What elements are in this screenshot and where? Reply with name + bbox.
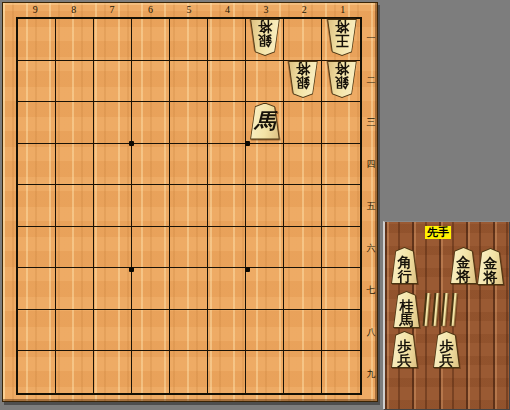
rank-label-4: 四 <box>363 159 379 170</box>
cell-3-八[interactable] <box>246 310 284 352</box>
cell-1-九[interactable] <box>322 351 360 393</box>
cell-1-三[interactable] <box>322 102 360 144</box>
piece-kanji: 歩兵 <box>390 331 419 368</box>
cell-6-五[interactable] <box>132 185 170 227</box>
gote-silver-general-1b[interactable]: 銀将 <box>326 61 358 98</box>
file-label-1: 1 <box>333 4 353 16</box>
cell-8-九[interactable] <box>56 351 94 393</box>
piece-kanji: 角行 <box>390 247 419 284</box>
cell-5-四[interactable] <box>170 144 208 186</box>
shogi-app-window: 987654321一二三四五六七八九 先手 角行金将金将桂馬歩兵歩兵 銀将王将銀… <box>0 0 510 410</box>
cell-4-八[interactable] <box>208 310 246 352</box>
cell-7-六[interactable] <box>94 227 132 269</box>
hand-knight[interactable]: 桂馬 <box>392 291 421 328</box>
cell-8-二[interactable] <box>56 61 94 103</box>
hand-bishop[interactable]: 角行 <box>390 247 419 284</box>
cell-5-二[interactable] <box>170 61 208 103</box>
file-label-3: 3 <box>256 4 276 16</box>
cell-4-五[interactable] <box>208 185 246 227</box>
cell-6-二[interactable] <box>132 61 170 103</box>
cell-1-六[interactable] <box>322 227 360 269</box>
star-point <box>245 141 250 146</box>
cell-7-五[interactable] <box>94 185 132 227</box>
piece-kanji: 馬 <box>249 103 281 140</box>
cell-5-六[interactable] <box>170 227 208 269</box>
sente-promoted-bishop-3c[interactable]: 馬 <box>249 103 281 140</box>
cell-8-一[interactable] <box>56 19 94 61</box>
cell-5-九[interactable] <box>170 351 208 393</box>
cell-9-九[interactable] <box>18 351 56 393</box>
cell-4-一[interactable] <box>208 19 246 61</box>
cell-8-六[interactable] <box>56 227 94 269</box>
cell-9-七[interactable] <box>18 268 56 310</box>
cell-1-五[interactable] <box>322 185 360 227</box>
rank-label-9: 九 <box>363 369 379 380</box>
cell-7-二[interactable] <box>94 61 132 103</box>
file-label-9: 9 <box>25 4 45 16</box>
rank-label-5: 五 <box>363 201 379 212</box>
cell-3-六[interactable] <box>246 227 284 269</box>
gote-king-1a[interactable]: 王将 <box>326 19 358 56</box>
rank-label-6: 六 <box>363 243 379 254</box>
cell-4-二[interactable] <box>208 61 246 103</box>
cell-9-八[interactable] <box>18 310 56 352</box>
piece-kanji: 銀将 <box>287 61 319 98</box>
cell-5-七[interactable] <box>170 268 208 310</box>
hand-pawn[interactable]: 歩兵 <box>432 331 461 368</box>
cell-9-五[interactable] <box>18 185 56 227</box>
sente-piece-stand: 先手 角行金将金将桂馬歩兵歩兵 <box>383 221 509 409</box>
file-label-8: 8 <box>64 4 84 16</box>
cell-9-三[interactable] <box>18 102 56 144</box>
cell-2-四[interactable] <box>284 144 322 186</box>
cell-5-三[interactable] <box>170 102 208 144</box>
hand-gold-general[interactable]: 金将 <box>476 248 505 285</box>
star-point <box>129 141 134 146</box>
shogi-board: 987654321一二三四五六七八九 <box>2 2 378 402</box>
hand-knight-edge-sliver[interactable] <box>441 293 449 326</box>
piece-kanji: 桂馬 <box>392 291 421 328</box>
file-label-2: 2 <box>294 4 314 16</box>
piece-kanji: 銀将 <box>326 61 358 98</box>
hand-knight-edge-sliver[interactable] <box>450 293 458 326</box>
cell-8-七[interactable] <box>56 268 94 310</box>
star-point <box>129 267 134 272</box>
cell-6-七[interactable] <box>132 268 170 310</box>
cell-9-二[interactable] <box>18 61 56 103</box>
cell-9-六[interactable] <box>18 227 56 269</box>
cell-3-二[interactable] <box>246 61 284 103</box>
cell-7-四[interactable] <box>94 144 132 186</box>
cell-7-九[interactable] <box>94 351 132 393</box>
cell-6-一[interactable] <box>132 19 170 61</box>
cell-2-八[interactable] <box>284 310 322 352</box>
cell-2-九[interactable] <box>284 351 322 393</box>
cell-3-五[interactable] <box>246 185 284 227</box>
cell-5-五[interactable] <box>170 185 208 227</box>
cell-3-七[interactable] <box>246 268 284 310</box>
piece-kanji: 金将 <box>476 248 505 285</box>
rank-label-7: 七 <box>363 285 379 296</box>
cell-2-一[interactable] <box>284 19 322 61</box>
piece-kanji: 銀将 <box>249 19 281 56</box>
rank-label-1: 一 <box>363 33 379 44</box>
cell-9-四[interactable] <box>18 144 56 186</box>
cell-6-四[interactable] <box>132 144 170 186</box>
cell-8-八[interactable] <box>56 310 94 352</box>
gote-silver-general-3a[interactable]: 銀将 <box>249 19 281 56</box>
cell-2-六[interactable] <box>284 227 322 269</box>
cell-3-九[interactable] <box>246 351 284 393</box>
hand-knight-edge-sliver[interactable] <box>432 293 440 326</box>
gote-silver-general-2b[interactable]: 銀将 <box>287 61 319 98</box>
cell-9-一[interactable] <box>18 19 56 61</box>
cell-6-八[interactable] <box>132 310 170 352</box>
cell-6-三[interactable] <box>132 102 170 144</box>
hand-knight-edge-sliver[interactable] <box>423 293 431 326</box>
cell-5-一[interactable] <box>170 19 208 61</box>
cell-6-六[interactable] <box>132 227 170 269</box>
cell-2-三[interactable] <box>284 102 322 144</box>
hand-pawn[interactable]: 歩兵 <box>390 331 419 368</box>
hand-gold-general[interactable]: 金将 <box>449 247 478 284</box>
file-label-6: 6 <box>141 4 161 16</box>
cell-8-五[interactable] <box>56 185 94 227</box>
cell-5-八[interactable] <box>170 310 208 352</box>
star-point <box>245 267 250 272</box>
file-label-7: 7 <box>102 4 122 16</box>
cell-7-七[interactable] <box>94 268 132 310</box>
sente-hand-label: 先手 <box>425 226 451 239</box>
cell-4-六[interactable] <box>208 227 246 269</box>
cell-4-三[interactable] <box>208 102 246 144</box>
cell-6-九[interactable] <box>132 351 170 393</box>
piece-kanji: 金将 <box>449 247 478 284</box>
cell-8-三[interactable] <box>56 102 94 144</box>
cell-1-八[interactable] <box>322 310 360 352</box>
cell-4-七[interactable] <box>208 268 246 310</box>
cell-7-八[interactable] <box>94 310 132 352</box>
cell-1-四[interactable] <box>322 144 360 186</box>
file-label-5: 5 <box>179 4 199 16</box>
cell-7-三[interactable] <box>94 102 132 144</box>
cell-4-四[interactable] <box>208 144 246 186</box>
cell-2-五[interactable] <box>284 185 322 227</box>
file-label-4: 4 <box>217 4 237 16</box>
cell-2-七[interactable] <box>284 268 322 310</box>
rank-label-8: 八 <box>363 327 379 338</box>
cell-7-一[interactable] <box>94 19 132 61</box>
rank-label-2: 二 <box>363 75 379 86</box>
cell-8-四[interactable] <box>56 144 94 186</box>
cell-4-九[interactable] <box>208 351 246 393</box>
cell-3-四[interactable] <box>246 144 284 186</box>
piece-kanji: 歩兵 <box>432 331 461 368</box>
cell-1-七[interactable] <box>322 268 360 310</box>
rank-label-3: 三 <box>363 117 379 128</box>
piece-kanji: 王将 <box>326 19 358 56</box>
